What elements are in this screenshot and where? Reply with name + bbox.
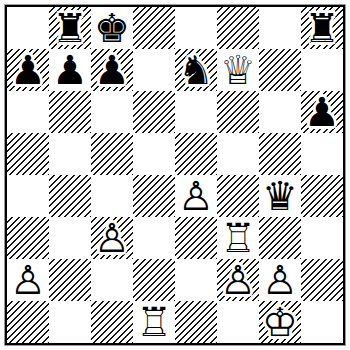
piece-glyph: ♔ [259, 301, 301, 343]
square-d3[interactable] [133, 217, 175, 259]
black-pawn: ♟♟ [7, 49, 49, 91]
square-d2[interactable] [133, 259, 175, 301]
chess-board: ♜♜♚♚♜♜♟♟♟♟♟♟♞♞♛♕♟♟♟♙♛♛♟♙♜♖♟♙♟♙♟♙♜♖♚♔ [5, 5, 345, 345]
square-d1[interactable]: ♜♖ [133, 301, 175, 343]
white-pawn: ♟♙ [91, 217, 133, 259]
square-g6[interactable] [259, 91, 301, 133]
square-b7[interactable]: ♟♟ [49, 49, 91, 91]
piece-glyph: ♛ [259, 175, 301, 217]
piece-glyph: ♜ [49, 7, 91, 49]
piece-glyph: ♙ [217, 259, 259, 301]
square-c4[interactable] [91, 175, 133, 217]
white-rook: ♜♖ [217, 217, 259, 259]
square-f7[interactable]: ♛♕ [217, 49, 259, 91]
white-pawn: ♟♙ [259, 259, 301, 301]
square-f4[interactable] [217, 175, 259, 217]
square-b4[interactable] [49, 175, 91, 217]
piece-glyph: ♟ [49, 49, 91, 91]
piece-glyph: ♙ [175, 175, 217, 217]
piece-glyph: ♖ [217, 217, 259, 259]
white-queen: ♛♕ [217, 49, 259, 91]
black-queen: ♛♛ [259, 175, 301, 217]
square-d7[interactable] [133, 49, 175, 91]
piece-glyph: ♜ [301, 7, 343, 49]
piece-glyph: ♙ [7, 259, 49, 301]
square-f2[interactable]: ♟♙ [217, 259, 259, 301]
square-h7[interactable] [301, 49, 343, 91]
square-c5[interactable] [91, 133, 133, 175]
chess-diagram: ♜♜♚♚♜♜♟♟♟♟♟♟♞♞♛♕♟♟♟♙♛♛♟♙♜♖♟♙♟♙♟♙♜♖♚♔ [0, 0, 350, 350]
square-a7[interactable]: ♟♟ [7, 49, 49, 91]
white-pawn: ♟♙ [7, 259, 49, 301]
square-c7[interactable]: ♟♟ [91, 49, 133, 91]
piece-glyph: ♟ [91, 49, 133, 91]
black-pawn: ♟♟ [301, 91, 343, 133]
black-pawn: ♟♟ [49, 49, 91, 91]
square-f8[interactable] [217, 7, 259, 49]
square-b3[interactable] [49, 217, 91, 259]
square-a3[interactable] [7, 217, 49, 259]
square-h8[interactable]: ♜♜ [301, 7, 343, 49]
square-e7[interactable]: ♞♞ [175, 49, 217, 91]
square-g2[interactable]: ♟♙ [259, 259, 301, 301]
piece-glyph: ♖ [133, 301, 175, 343]
white-king: ♚♔ [259, 301, 301, 343]
square-e3[interactable] [175, 217, 217, 259]
square-a1[interactable] [7, 301, 49, 343]
piece-glyph: ♟ [7, 49, 49, 91]
square-g7[interactable] [259, 49, 301, 91]
piece-glyph: ♟ [301, 91, 343, 133]
square-f3[interactable]: ♜♖ [217, 217, 259, 259]
square-e4[interactable]: ♟♙ [175, 175, 217, 217]
square-b6[interactable] [49, 91, 91, 133]
square-f5[interactable] [217, 133, 259, 175]
square-c1[interactable] [91, 301, 133, 343]
square-e8[interactable] [175, 7, 217, 49]
square-b1[interactable] [49, 301, 91, 343]
white-pawn: ♟♙ [217, 259, 259, 301]
square-g1[interactable]: ♚♔ [259, 301, 301, 343]
square-h6[interactable]: ♟♟ [301, 91, 343, 133]
black-knight: ♞♞ [175, 49, 217, 91]
square-a8[interactable] [7, 7, 49, 49]
square-h4[interactable] [301, 175, 343, 217]
square-d8[interactable] [133, 7, 175, 49]
square-g8[interactable] [259, 7, 301, 49]
square-b8[interactable]: ♜♜ [49, 7, 91, 49]
square-e1[interactable] [175, 301, 217, 343]
square-f6[interactable] [217, 91, 259, 133]
square-b5[interactable] [49, 133, 91, 175]
square-h3[interactable] [301, 217, 343, 259]
square-c2[interactable] [91, 259, 133, 301]
square-a2[interactable]: ♟♙ [7, 259, 49, 301]
black-rook: ♜♜ [301, 7, 343, 49]
white-rook: ♜♖ [133, 301, 175, 343]
square-h5[interactable] [301, 133, 343, 175]
square-c6[interactable] [91, 91, 133, 133]
square-a6[interactable] [7, 91, 49, 133]
square-e2[interactable] [175, 259, 217, 301]
black-pawn: ♟♟ [91, 49, 133, 91]
square-c8[interactable]: ♚♚ [91, 7, 133, 49]
black-king: ♚♚ [91, 7, 133, 49]
piece-glyph: ♙ [91, 217, 133, 259]
square-g4[interactable]: ♛♛ [259, 175, 301, 217]
piece-glyph: ♙ [259, 259, 301, 301]
square-f1[interactable] [217, 301, 259, 343]
square-h1[interactable] [301, 301, 343, 343]
square-h2[interactable] [301, 259, 343, 301]
square-e6[interactable] [175, 91, 217, 133]
white-pawn: ♟♙ [175, 175, 217, 217]
square-e5[interactable] [175, 133, 217, 175]
square-b2[interactable] [49, 259, 91, 301]
square-a4[interactable] [7, 175, 49, 217]
square-d4[interactable] [133, 175, 175, 217]
black-rook: ♜♜ [49, 7, 91, 49]
square-g5[interactable] [259, 133, 301, 175]
square-d6[interactable] [133, 91, 175, 133]
piece-glyph: ♞ [175, 49, 217, 91]
piece-glyph: ♕ [217, 49, 259, 91]
square-d5[interactable] [133, 133, 175, 175]
square-a5[interactable] [7, 133, 49, 175]
piece-glyph: ♚ [91, 7, 133, 49]
square-c3[interactable]: ♟♙ [91, 217, 133, 259]
square-g3[interactable] [259, 217, 301, 259]
